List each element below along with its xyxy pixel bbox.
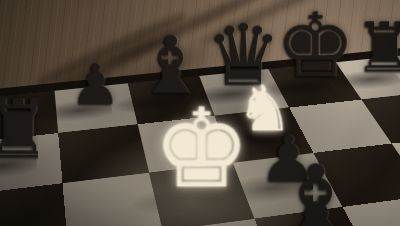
square-b6[interactable] [63, 173, 163, 226]
square-a6[interactable] [0, 183, 68, 226]
chess-3d-scene: ♟♝♛♚♜♜♞♚♟♝ [0, 0, 400, 226]
square-c6[interactable]: ♚ [149, 163, 254, 226]
board-rim: ♟♝♛♚♜♜♞♚♟♝ [0, 35, 400, 226]
piece-black-rook-a7[interactable]: ♜ [0, 89, 54, 169]
square-d5[interactable]: ♝ [254, 207, 377, 226]
piece-black-pawn-b8[interactable]: ♟ [70, 57, 120, 113]
chess-board[interactable]: ♟♝♛♚♜♜♞♚♟♝ [0, 43, 400, 226]
piece-white-king-c6[interactable]: ♚ [152, 94, 250, 203]
piece-black-bishop-d5[interactable]: ♝ [270, 151, 362, 226]
piece-black-rook-f8[interactable]: ♜ [354, 14, 400, 82]
perspective-scene: ♟♝♛♚♜♜♞♚♟♝ [0, 0, 400, 226]
